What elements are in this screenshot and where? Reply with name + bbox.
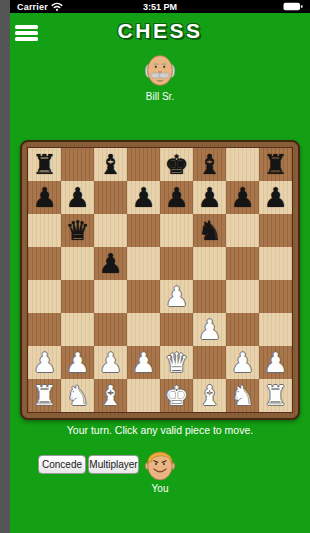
concede-button[interactable]: Concede [38, 455, 86, 474]
square-c3[interactable] [94, 313, 127, 346]
black-rook[interactable]: ♜ [263, 148, 287, 181]
square-e4[interactable]: ♟ [160, 280, 193, 313]
clock: 3:51 PM [10, 2, 310, 12]
square-f8[interactable]: ♝ [193, 148, 226, 181]
white-knight[interactable]: ♞ [230, 379, 254, 412]
black-knight[interactable]: ♞ [197, 214, 221, 247]
square-g5[interactable] [226, 247, 259, 280]
square-e1[interactable]: ♚ [160, 379, 193, 412]
black-pawn[interactable]: ♟ [32, 181, 56, 214]
square-d3[interactable] [127, 313, 160, 346]
square-f7[interactable]: ♟ [193, 181, 226, 214]
white-queen[interactable]: ♛ [164, 346, 188, 379]
opponent-avatar [142, 51, 178, 91]
white-pawn[interactable]: ♟ [230, 346, 254, 379]
square-a7[interactable]: ♟ [28, 181, 61, 214]
square-b5[interactable] [61, 247, 94, 280]
square-a6[interactable] [28, 214, 61, 247]
square-e6[interactable] [160, 214, 193, 247]
white-pawn[interactable]: ♟ [32, 346, 56, 379]
white-rook[interactable]: ♜ [32, 379, 56, 412]
black-pawn[interactable]: ♟ [197, 181, 221, 214]
white-pawn[interactable]: ♟ [131, 346, 155, 379]
black-queen[interactable]: ♛ [65, 214, 89, 247]
square-f4[interactable] [193, 280, 226, 313]
multiplayer-button[interactable]: Multiplayer [88, 455, 139, 474]
square-b2[interactable]: ♟ [61, 346, 94, 379]
black-king[interactable]: ♚ [164, 148, 188, 181]
square-h4[interactable] [259, 280, 292, 313]
white-pawn[interactable]: ♟ [65, 346, 89, 379]
square-f3[interactable]: ♟ [193, 313, 226, 346]
white-rook[interactable]: ♜ [263, 379, 287, 412]
square-d6[interactable] [127, 214, 160, 247]
square-c7[interactable] [94, 181, 127, 214]
square-d7[interactable]: ♟ [127, 181, 160, 214]
square-e5[interactable] [160, 247, 193, 280]
player-avatar [143, 447, 177, 483]
square-d2[interactable]: ♟ [127, 346, 160, 379]
status-message: Your turn. Click any valid piece to move… [10, 424, 310, 436]
square-d8[interactable] [127, 148, 160, 181]
square-a2[interactable]: ♟ [28, 346, 61, 379]
black-rook[interactable]: ♜ [32, 148, 56, 181]
app-screen: Carrier 3:51 PM CHESS Bill Sr [10, 0, 310, 533]
square-c1[interactable]: ♝ [94, 379, 127, 412]
square-h7[interactable]: ♟ [259, 181, 292, 214]
black-bishop[interactable]: ♝ [98, 148, 122, 181]
white-bishop[interactable]: ♝ [197, 379, 221, 412]
status-bar: Carrier 3:51 PM [10, 0, 310, 13]
square-g7[interactable]: ♟ [226, 181, 259, 214]
square-a5[interactable] [28, 247, 61, 280]
square-a4[interactable] [28, 280, 61, 313]
square-f1[interactable]: ♝ [193, 379, 226, 412]
square-g2[interactable]: ♟ [226, 346, 259, 379]
chess-board[interactable]: ♜♝♚♝♜♟♟♟♟♟♟♟♛♞♟♟♟♟♟♟♟♛♟♟♜♞♝♚♝♞♜ [28, 148, 292, 412]
square-h1[interactable]: ♜ [259, 379, 292, 412]
white-king[interactable]: ♚ [164, 379, 188, 412]
square-g6[interactable] [226, 214, 259, 247]
square-b8[interactable] [61, 148, 94, 181]
square-a3[interactable] [28, 313, 61, 346]
square-g8[interactable] [226, 148, 259, 181]
white-pawn[interactable]: ♟ [164, 280, 188, 313]
square-e2[interactable]: ♛ [160, 346, 193, 379]
page-title: CHESS [10, 19, 310, 43]
opponent-name: Bill Sr. [10, 91, 310, 102]
square-c2[interactable]: ♟ [94, 346, 127, 379]
square-b4[interactable] [61, 280, 94, 313]
black-pawn[interactable]: ♟ [98, 247, 122, 280]
square-b1[interactable]: ♞ [61, 379, 94, 412]
square-e8[interactable]: ♚ [160, 148, 193, 181]
square-b7[interactable]: ♟ [61, 181, 94, 214]
white-knight[interactable]: ♞ [65, 379, 89, 412]
square-g1[interactable]: ♞ [226, 379, 259, 412]
white-pawn[interactable]: ♟ [263, 346, 287, 379]
black-pawn[interactable]: ♟ [230, 181, 254, 214]
square-b3[interactable] [61, 313, 94, 346]
square-g4[interactable] [226, 280, 259, 313]
square-d1[interactable] [127, 379, 160, 412]
square-h2[interactable]: ♟ [259, 346, 292, 379]
black-pawn[interactable]: ♟ [131, 181, 155, 214]
square-h5[interactable] [259, 247, 292, 280]
square-e7[interactable]: ♟ [160, 181, 193, 214]
black-pawn[interactable]: ♟ [65, 181, 89, 214]
square-h6[interactable] [259, 214, 292, 247]
square-c6[interactable] [94, 214, 127, 247]
square-c8[interactable]: ♝ [94, 148, 127, 181]
black-pawn[interactable]: ♟ [263, 181, 287, 214]
square-a1[interactable]: ♜ [28, 379, 61, 412]
player-name: You [128, 483, 192, 494]
square-a8[interactable]: ♜ [28, 148, 61, 181]
black-pawn[interactable]: ♟ [164, 181, 188, 214]
square-h3[interactable] [259, 313, 292, 346]
square-g3[interactable] [226, 313, 259, 346]
square-f2[interactable] [193, 346, 226, 379]
white-pawn[interactable]: ♟ [98, 346, 122, 379]
square-d4[interactable] [127, 280, 160, 313]
square-b6[interactable]: ♛ [61, 214, 94, 247]
black-bishop[interactable]: ♝ [197, 148, 221, 181]
square-d5[interactable] [127, 247, 160, 280]
square-h8[interactable]: ♜ [259, 148, 292, 181]
white-bishop[interactable]: ♝ [98, 379, 122, 412]
white-pawn[interactable]: ♟ [197, 313, 221, 346]
square-c5[interactable]: ♟ [94, 247, 127, 280]
board-frame: ♜♝♚♝♜♟♟♟♟♟♟♟♛♞♟♟♟♟♟♟♟♛♟♟♜♞♝♚♝♞♜ [20, 140, 300, 420]
square-e3[interactable] [160, 313, 193, 346]
square-f6[interactable]: ♞ [193, 214, 226, 247]
square-c4[interactable] [94, 280, 127, 313]
square-f5[interactable] [193, 247, 226, 280]
